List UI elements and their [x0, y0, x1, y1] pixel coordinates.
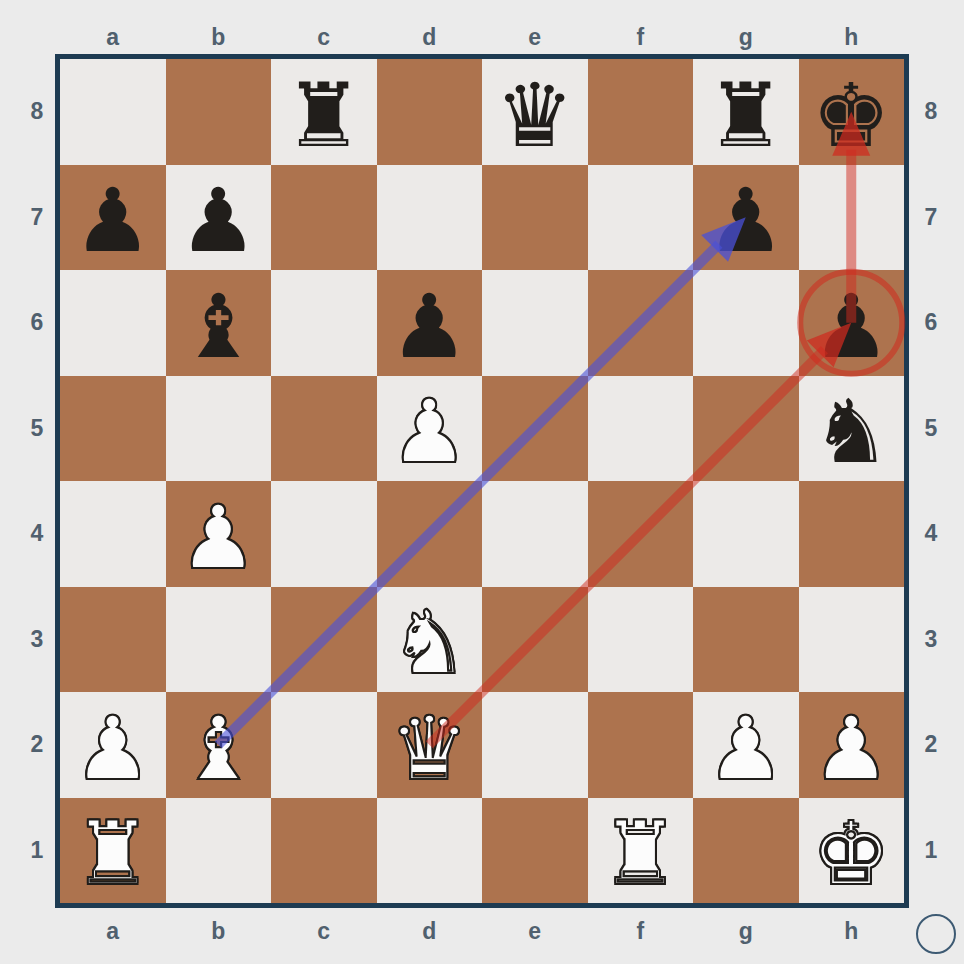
rank-label-4: 4	[24, 481, 50, 587]
square-h6[interactable]: ♟	[799, 270, 905, 376]
piece-white-pawn[interactable]: ♟	[390, 388, 469, 476]
square-a6[interactable]	[60, 270, 166, 376]
file-label-h: h	[799, 918, 905, 944]
square-d6[interactable]: ♟	[377, 270, 483, 376]
piece-black-rook[interactable]: ♜	[706, 72, 785, 160]
file-label-a: a	[60, 918, 166, 944]
square-h1[interactable]: ♚	[799, 798, 905, 904]
square-h2[interactable]: ♟	[799, 692, 905, 798]
piece-white-rook[interactable]: ♜	[73, 810, 152, 898]
square-h5[interactable]: ♞	[799, 376, 905, 482]
square-c1[interactable]	[271, 798, 377, 904]
square-a1[interactable]: ♜	[60, 798, 166, 904]
square-e7[interactable]	[482, 165, 588, 271]
square-d1[interactable]	[377, 798, 483, 904]
rank-label-7: 7	[24, 165, 50, 271]
square-h8[interactable]: ♚	[799, 59, 905, 165]
square-f1[interactable]: ♜	[588, 798, 694, 904]
square-g1[interactable]	[693, 798, 799, 904]
piece-black-pawn[interactable]: ♟	[73, 177, 152, 265]
file-label-c: c	[271, 918, 377, 944]
square-e3[interactable]	[482, 587, 588, 693]
square-e6[interactable]	[482, 270, 588, 376]
square-b6[interactable]: ♝	[166, 270, 272, 376]
square-d4[interactable]	[377, 481, 483, 587]
file-label-d: d	[377, 918, 483, 944]
rank-label-3: 3	[24, 587, 50, 693]
square-b5[interactable]	[166, 376, 272, 482]
piece-white-pawn[interactable]: ♟	[812, 705, 891, 793]
square-c7[interactable]	[271, 165, 377, 271]
square-c5[interactable]	[271, 376, 377, 482]
square-g3[interactable]	[693, 587, 799, 693]
rank-label-4: 4	[918, 481, 944, 587]
square-f7[interactable]	[588, 165, 694, 271]
square-d7[interactable]	[377, 165, 483, 271]
square-f8[interactable]	[588, 59, 694, 165]
piece-black-knight[interactable]: ♞	[812, 388, 891, 476]
square-e2[interactable]	[482, 692, 588, 798]
square-c4[interactable]	[271, 481, 377, 587]
file-labels-bottom: abcdefgh	[60, 918, 904, 944]
square-e1[interactable]	[482, 798, 588, 904]
piece-black-pawn[interactable]: ♟	[706, 177, 785, 265]
piece-black-pawn[interactable]: ♟	[179, 177, 258, 265]
file-label-b: b	[166, 24, 272, 50]
square-g4[interactable]	[693, 481, 799, 587]
square-c8[interactable]: ♜	[271, 59, 377, 165]
file-label-h: h	[799, 24, 905, 50]
corner-circle-decoration	[917, 915, 955, 953]
square-c2[interactable]	[271, 692, 377, 798]
file-label-f: f	[588, 918, 694, 944]
rank-label-8: 8	[918, 59, 944, 165]
piece-black-pawn[interactable]: ♟	[390, 283, 469, 371]
square-g2[interactable]: ♟	[693, 692, 799, 798]
piece-black-pawn[interactable]: ♟	[812, 283, 891, 371]
piece-white-pawn[interactable]: ♟	[706, 705, 785, 793]
file-labels-top: abcdefgh	[60, 24, 904, 50]
square-h7[interactable]	[799, 165, 905, 271]
piece-white-rook[interactable]: ♜	[601, 810, 680, 898]
rank-label-1: 1	[918, 798, 944, 904]
piece-white-queen[interactable]: ♛	[390, 705, 469, 793]
square-d2[interactable]: ♛	[377, 692, 483, 798]
piece-white-pawn[interactable]: ♟	[73, 705, 152, 793]
square-d8[interactable]	[377, 59, 483, 165]
square-h3[interactable]	[799, 587, 905, 693]
chess-board-panel: abcdefgh abcdefgh 87654321 87654321 ♜♛♜♚…	[0, 0, 964, 964]
square-g8[interactable]: ♜	[693, 59, 799, 165]
rank-labels-left: 87654321	[24, 59, 50, 903]
square-c6[interactable]	[271, 270, 377, 376]
square-d5[interactable]: ♟	[377, 376, 483, 482]
square-g7[interactable]: ♟	[693, 165, 799, 271]
file-label-b: b	[166, 918, 272, 944]
rank-label-8: 8	[24, 59, 50, 165]
piece-black-rook[interactable]: ♜	[284, 72, 363, 160]
square-e8[interactable]: ♛	[482, 59, 588, 165]
rank-label-6: 6	[24, 270, 50, 376]
square-b1[interactable]	[166, 798, 272, 904]
square-d3[interactable]: ♞	[377, 587, 483, 693]
file-label-g: g	[693, 24, 799, 50]
file-label-d: d	[377, 24, 483, 50]
piece-white-king[interactable]: ♚	[812, 810, 891, 898]
square-h4[interactable]	[799, 481, 905, 587]
square-a4[interactable]	[60, 481, 166, 587]
file-label-g: g	[693, 918, 799, 944]
square-b8[interactable]	[166, 59, 272, 165]
rank-label-2: 2	[918, 692, 944, 798]
square-c3[interactable]	[271, 587, 377, 693]
chess-board: ♜♛♜♚♟♟♟♝♟♟♟♞♟♞♟♝♛♟♟♜♜♚	[55, 54, 909, 908]
square-a7[interactable]: ♟	[60, 165, 166, 271]
file-label-c: c	[271, 24, 377, 50]
square-f3[interactable]	[588, 587, 694, 693]
file-label-e: e	[482, 918, 588, 944]
piece-black-king[interactable]: ♚	[812, 72, 891, 160]
square-f2[interactable]	[588, 692, 694, 798]
piece-white-bishop[interactable]: ♝	[179, 705, 258, 793]
file-label-a: a	[60, 24, 166, 50]
square-a5[interactable]	[60, 376, 166, 482]
square-b2[interactable]: ♝	[166, 692, 272, 798]
rank-label-6: 6	[918, 270, 944, 376]
piece-white-pawn[interactable]: ♟	[179, 494, 258, 582]
square-e5[interactable]	[482, 376, 588, 482]
piece-white-knight[interactable]: ♞	[390, 599, 469, 687]
rank-label-7: 7	[918, 165, 944, 271]
rank-label-1: 1	[24, 798, 50, 904]
square-f6[interactable]	[588, 270, 694, 376]
file-label-f: f	[588, 24, 694, 50]
piece-black-queen[interactable]: ♛	[495, 72, 574, 160]
rank-label-3: 3	[918, 587, 944, 693]
rank-label-5: 5	[918, 376, 944, 482]
square-f4[interactable]	[588, 481, 694, 587]
square-a8[interactable]	[60, 59, 166, 165]
file-label-e: e	[482, 24, 588, 50]
square-b4[interactable]: ♟	[166, 481, 272, 587]
rank-label-2: 2	[24, 692, 50, 798]
square-b7[interactable]: ♟	[166, 165, 272, 271]
piece-black-bishop[interactable]: ♝	[179, 283, 258, 371]
square-a3[interactable]	[60, 587, 166, 693]
square-f5[interactable]	[588, 376, 694, 482]
square-b3[interactable]	[166, 587, 272, 693]
rank-label-5: 5	[24, 376, 50, 482]
square-a2[interactable]: ♟	[60, 692, 166, 798]
square-g5[interactable]	[693, 376, 799, 482]
square-e4[interactable]	[482, 481, 588, 587]
square-g6[interactable]	[693, 270, 799, 376]
rank-labels-right: 87654321	[918, 59, 944, 903]
